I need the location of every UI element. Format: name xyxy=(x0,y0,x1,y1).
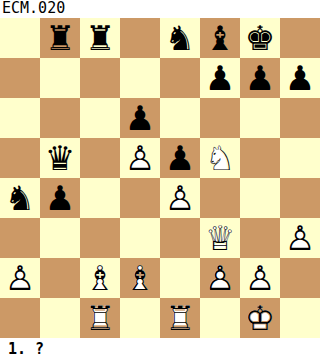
piece-glyph: ♜ xyxy=(40,18,80,58)
square-d3[interactable] xyxy=(120,218,160,258)
square-a2[interactable]: ♟♙ xyxy=(0,258,40,298)
piece-outline: ♙ xyxy=(120,138,160,178)
square-a3[interactable] xyxy=(0,218,40,258)
piece-glyph: ♚ xyxy=(240,18,280,58)
square-b8[interactable]: ♜ xyxy=(40,18,80,58)
piece-outline: ♙ xyxy=(280,218,320,258)
square-g1[interactable]: ♚♔ xyxy=(240,298,280,338)
black-knight[interactable]: ♞ xyxy=(0,178,40,218)
square-b6[interactable] xyxy=(40,98,80,138)
square-d2[interactable]: ♝♗ xyxy=(120,258,160,298)
square-c5[interactable] xyxy=(80,138,120,178)
square-g6[interactable] xyxy=(240,98,280,138)
square-e7[interactable] xyxy=(160,58,200,98)
piece-glyph: ♟ xyxy=(280,58,320,98)
square-h5[interactable] xyxy=(280,138,320,178)
square-h6[interactable] xyxy=(280,98,320,138)
square-h8[interactable] xyxy=(280,18,320,58)
white-queen[interactable]: ♛♕ xyxy=(200,218,240,258)
square-c4[interactable] xyxy=(80,178,120,218)
white-knight[interactable]: ♞♘ xyxy=(200,138,240,178)
piece-outline: ♗ xyxy=(120,258,160,298)
square-a7[interactable] xyxy=(0,58,40,98)
square-b3[interactable] xyxy=(40,218,80,258)
white-rook[interactable]: ♜♖ xyxy=(160,298,200,338)
square-g8[interactable]: ♚ xyxy=(240,18,280,58)
square-c3[interactable] xyxy=(80,218,120,258)
square-d8[interactable] xyxy=(120,18,160,58)
black-rook[interactable]: ♜ xyxy=(40,18,80,58)
square-h1[interactable] xyxy=(280,298,320,338)
black-rook[interactable]: ♜ xyxy=(80,18,120,58)
square-a1[interactable] xyxy=(0,298,40,338)
black-pawn[interactable]: ♟ xyxy=(160,138,200,178)
white-rook[interactable]: ♜♖ xyxy=(80,298,120,338)
piece-glyph: ♟ xyxy=(240,58,280,98)
piece-outline: ♔ xyxy=(240,298,280,338)
black-king[interactable]: ♚ xyxy=(240,18,280,58)
square-d1[interactable] xyxy=(120,298,160,338)
square-g5[interactable] xyxy=(240,138,280,178)
white-pawn[interactable]: ♟♙ xyxy=(280,218,320,258)
black-queen[interactable]: ♛ xyxy=(40,138,80,178)
square-c2[interactable]: ♝♗ xyxy=(80,258,120,298)
square-f3[interactable]: ♛♕ xyxy=(200,218,240,258)
square-g3[interactable] xyxy=(240,218,280,258)
white-pawn[interactable]: ♟♙ xyxy=(160,178,200,218)
square-f6[interactable] xyxy=(200,98,240,138)
square-f2[interactable]: ♟♙ xyxy=(200,258,240,298)
square-f4[interactable] xyxy=(200,178,240,218)
square-h7[interactable]: ♟ xyxy=(280,58,320,98)
square-b4[interactable]: ♟ xyxy=(40,178,80,218)
white-pawn[interactable]: ♟♙ xyxy=(240,258,280,298)
square-f1[interactable] xyxy=(200,298,240,338)
square-e3[interactable] xyxy=(160,218,200,258)
square-g2[interactable]: ♟♙ xyxy=(240,258,280,298)
square-a6[interactable] xyxy=(0,98,40,138)
white-bishop[interactable]: ♝♗ xyxy=(80,258,120,298)
piece-outline: ♖ xyxy=(80,298,120,338)
square-f7[interactable]: ♟ xyxy=(200,58,240,98)
piece-outline: ♙ xyxy=(0,258,40,298)
white-pawn[interactable]: ♟♙ xyxy=(200,258,240,298)
black-pawn[interactable]: ♟ xyxy=(120,98,160,138)
piece-outline: ♙ xyxy=(160,178,200,218)
square-e5[interactable]: ♟ xyxy=(160,138,200,178)
square-g7[interactable]: ♟ xyxy=(240,58,280,98)
square-d6[interactable]: ♟ xyxy=(120,98,160,138)
diagram-title: ECM.020 xyxy=(0,0,320,18)
square-a8[interactable] xyxy=(0,18,40,58)
chess-board: ♜♜♞♝♚♟♟♟♟♛♟♙♟♞♘♞♟♟♙♛♕♟♙♟♙♝♗♝♗♟♙♟♙♜♖♜♖♚♔ xyxy=(0,18,320,338)
piece-glyph: ♟ xyxy=(40,178,80,218)
square-e6[interactable] xyxy=(160,98,200,138)
white-king[interactable]: ♚♔ xyxy=(240,298,280,338)
piece-glyph: ♜ xyxy=(80,18,120,58)
square-g4[interactable] xyxy=(240,178,280,218)
square-b1[interactable] xyxy=(40,298,80,338)
piece-glyph: ♟ xyxy=(120,98,160,138)
square-h2[interactable] xyxy=(280,258,320,298)
move-prompt: 1. ? xyxy=(0,338,320,360)
black-bishop[interactable]: ♝ xyxy=(200,18,240,58)
piece-glyph: ♟ xyxy=(160,138,200,178)
square-c8[interactable]: ♜ xyxy=(80,18,120,58)
square-b2[interactable] xyxy=(40,258,80,298)
square-d4[interactable] xyxy=(120,178,160,218)
square-d5[interactable]: ♟♙ xyxy=(120,138,160,178)
piece-outline: ♙ xyxy=(200,258,240,298)
piece-glyph: ♝ xyxy=(200,18,240,58)
square-a4[interactable]: ♞ xyxy=(0,178,40,218)
piece-outline: ♖ xyxy=(160,298,200,338)
white-pawn[interactable]: ♟♙ xyxy=(120,138,160,178)
square-b5[interactable]: ♛ xyxy=(40,138,80,178)
black-pawn[interactable]: ♟ xyxy=(240,58,280,98)
square-e8[interactable]: ♞ xyxy=(160,18,200,58)
black-pawn[interactable]: ♟ xyxy=(280,58,320,98)
square-e2[interactable] xyxy=(160,258,200,298)
white-pawn[interactable]: ♟♙ xyxy=(0,258,40,298)
white-bishop[interactable]: ♝♗ xyxy=(120,258,160,298)
piece-outline: ♕ xyxy=(200,218,240,258)
piece-glyph: ♟ xyxy=(200,58,240,98)
piece-outline: ♗ xyxy=(80,258,120,298)
black-pawn[interactable]: ♟ xyxy=(200,58,240,98)
piece-glyph: ♞ xyxy=(160,18,200,58)
piece-glyph: ♞ xyxy=(0,178,40,218)
piece-outline: ♙ xyxy=(240,258,280,298)
square-c7[interactable] xyxy=(80,58,120,98)
piece-outline: ♘ xyxy=(200,138,240,178)
square-h4[interactable] xyxy=(280,178,320,218)
square-a5[interactable] xyxy=(0,138,40,178)
square-f8[interactable]: ♝ xyxy=(200,18,240,58)
piece-glyph: ♛ xyxy=(40,138,80,178)
square-h3[interactable]: ♟♙ xyxy=(280,218,320,258)
square-d7[interactable] xyxy=(120,58,160,98)
square-e1[interactable]: ♜♖ xyxy=(160,298,200,338)
black-knight[interactable]: ♞ xyxy=(160,18,200,58)
square-c6[interactable] xyxy=(80,98,120,138)
square-f5[interactable]: ♞♘ xyxy=(200,138,240,178)
square-c1[interactable]: ♜♖ xyxy=(80,298,120,338)
black-pawn[interactable]: ♟ xyxy=(40,178,80,218)
square-e4[interactable]: ♟♙ xyxy=(160,178,200,218)
square-b7[interactable] xyxy=(40,58,80,98)
